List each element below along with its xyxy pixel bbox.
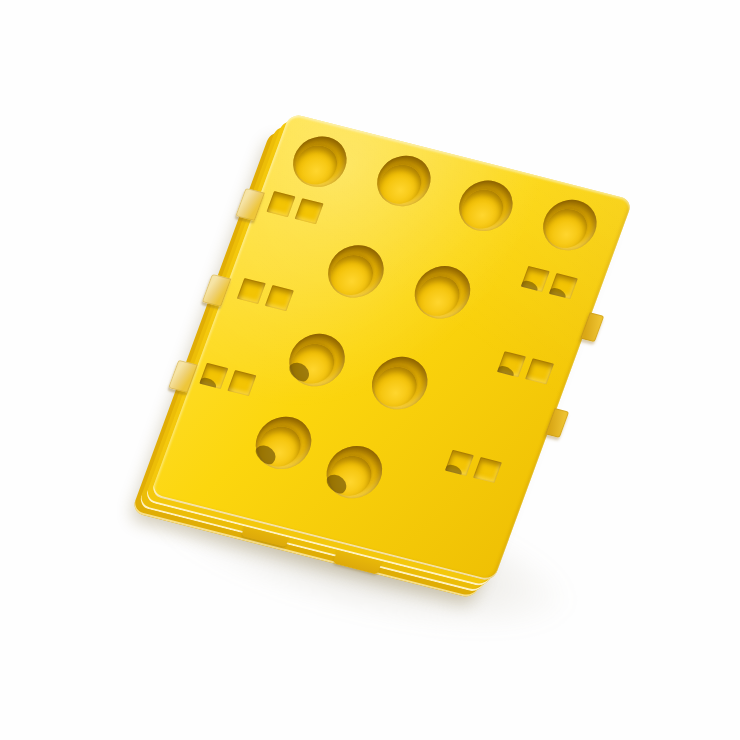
right-hinge-tab (580, 312, 604, 342)
right-hinge-tab (545, 408, 569, 438)
left-hinge-tab (168, 360, 198, 393)
board-top-panel (150, 113, 633, 582)
photo-background (0, 0, 740, 740)
left-hinge-tab (235, 188, 265, 221)
folding-board (150, 113, 633, 582)
left-hinge-tab (202, 274, 232, 307)
hinge-tab-layer (150, 113, 633, 582)
